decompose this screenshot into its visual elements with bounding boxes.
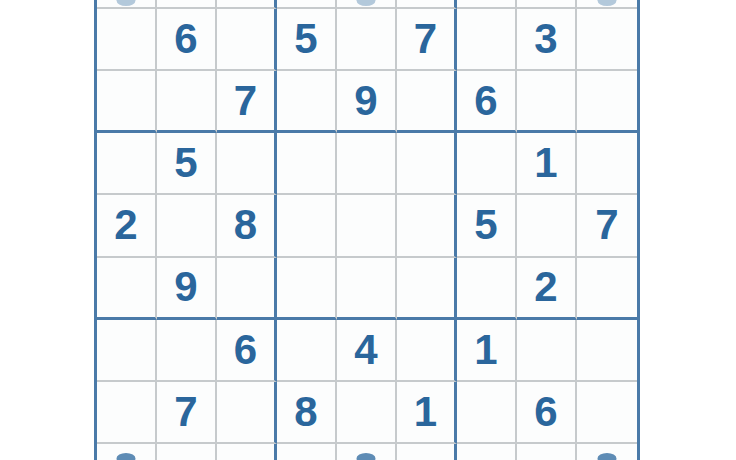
cell-r8c6[interactable]: 1 — [397, 382, 457, 444]
cell-r7c8[interactable] — [517, 320, 577, 382]
cell-r9c4[interactable] — [277, 444, 337, 460]
cell-r7c7[interactable]: 1 — [457, 320, 517, 382]
cell-r6c6[interactable] — [397, 258, 457, 320]
cell-r5c5[interactable] — [337, 195, 397, 257]
given-digit: 2 — [114, 204, 137, 246]
given-digit: 9 — [174, 266, 197, 308]
cell-r5c1[interactable]: 2 — [97, 195, 157, 257]
clipped-digit-fragment — [357, 0, 376, 6]
cell-r8c4[interactable]: 8 — [277, 382, 337, 444]
cell-r7c4[interactable] — [277, 320, 337, 382]
given-digit: 8 — [234, 204, 257, 246]
cell-r5c7[interactable]: 5 — [457, 195, 517, 257]
given-digit: 3 — [534, 18, 557, 60]
cell-r8c8[interactable]: 6 — [517, 382, 577, 444]
cell-r9c1[interactable] — [97, 444, 157, 460]
cell-r5c9[interactable]: 7 — [577, 195, 637, 257]
cell-r6c8[interactable]: 2 — [517, 258, 577, 320]
cell-r3c8[interactable] — [517, 71, 577, 133]
page: 6573796512857926417816 — [0, 0, 736, 460]
cell-r7c2[interactable] — [157, 320, 217, 382]
given-digit: 7 — [595, 204, 618, 246]
given-digit: 2 — [534, 266, 557, 308]
cell-r7c1[interactable] — [97, 320, 157, 382]
given-digit: 6 — [534, 391, 557, 433]
given-digit: 7 — [414, 18, 437, 60]
given-digit: 7 — [234, 80, 257, 122]
cell-r6c7[interactable] — [457, 258, 517, 320]
cell-r5c8[interactable] — [517, 195, 577, 257]
cell-r9c9[interactable] — [577, 444, 637, 460]
cell-r1c5[interactable] — [337, 0, 397, 9]
cell-r9c8[interactable] — [517, 444, 577, 460]
cell-r6c5[interactable] — [337, 258, 397, 320]
cell-r1c3[interactable] — [217, 0, 277, 9]
cell-r2c5[interactable] — [337, 9, 397, 71]
cell-r5c2[interactable] — [157, 195, 217, 257]
cell-r4c1[interactable] — [97, 133, 157, 195]
cell-r1c2[interactable] — [157, 0, 217, 9]
cell-r2c9[interactable] — [577, 9, 637, 71]
cell-r9c2[interactable] — [157, 444, 217, 460]
cell-r7c5[interactable]: 4 — [337, 320, 397, 382]
clipped-digit-fragment — [117, 0, 136, 6]
cell-r2c4[interactable]: 5 — [277, 9, 337, 71]
cell-r5c3[interactable]: 8 — [217, 195, 277, 257]
cell-r8c1[interactable] — [97, 382, 157, 444]
cell-r3c7[interactable]: 6 — [457, 71, 517, 133]
cell-r3c5[interactable]: 9 — [337, 71, 397, 133]
clipped-digit-fragment — [598, 0, 617, 6]
cell-r4c8[interactable]: 1 — [517, 133, 577, 195]
clipped-digit-fragment — [598, 453, 617, 460]
cell-r2c8[interactable]: 3 — [517, 9, 577, 71]
given-digit: 6 — [234, 329, 257, 371]
cell-r4c2[interactable]: 5 — [157, 133, 217, 195]
cell-r7c6[interactable] — [397, 320, 457, 382]
cell-r7c9[interactable] — [577, 320, 637, 382]
cell-r4c6[interactable] — [397, 133, 457, 195]
given-digit: 1 — [534, 142, 557, 184]
cell-r1c7[interactable] — [457, 0, 517, 9]
given-digit: 9 — [354, 80, 377, 122]
clipped-digit-fragment — [357, 453, 376, 460]
cell-r6c4[interactable] — [277, 258, 337, 320]
cell-r4c9[interactable] — [577, 133, 637, 195]
given-digit: 5 — [294, 18, 317, 60]
cell-r3c2[interactable] — [157, 71, 217, 133]
cell-r6c1[interactable] — [97, 258, 157, 320]
cell-r2c3[interactable] — [217, 9, 277, 71]
cell-r1c4[interactable] — [277, 0, 337, 9]
cell-r1c9[interactable] — [577, 0, 637, 9]
cell-r4c7[interactable] — [457, 133, 517, 195]
cell-r9c3[interactable] — [217, 444, 277, 460]
cell-r4c3[interactable] — [217, 133, 277, 195]
clipped-digit-fragment — [117, 453, 136, 460]
given-digit: 5 — [474, 204, 497, 246]
sudoku-board: 6573796512857926417816 — [94, 0, 640, 460]
cell-r1c1[interactable] — [97, 0, 157, 9]
cell-r5c6[interactable] — [397, 195, 457, 257]
cell-r8c9[interactable] — [577, 382, 637, 444]
cell-r2c6[interactable]: 7 — [397, 9, 457, 71]
cell-r3c4[interactable] — [277, 71, 337, 133]
given-digit: 1 — [414, 391, 437, 433]
cell-r8c5[interactable] — [337, 382, 397, 444]
cell-r8c7[interactable] — [457, 382, 517, 444]
cell-r7c3[interactable]: 6 — [217, 320, 277, 382]
cell-r5c4[interactable] — [277, 195, 337, 257]
cell-r1c6[interactable] — [397, 0, 457, 9]
cell-r6c2[interactable]: 9 — [157, 258, 217, 320]
cell-r9c7[interactable] — [457, 444, 517, 460]
cell-r8c2[interactable]: 7 — [157, 382, 217, 444]
cell-r3c1[interactable] — [97, 71, 157, 133]
cell-r3c3[interactable]: 7 — [217, 71, 277, 133]
given-digit: 6 — [474, 80, 497, 122]
given-digit: 1 — [474, 329, 497, 371]
given-digit: 8 — [294, 391, 317, 433]
cell-r9c5[interactable] — [337, 444, 397, 460]
cell-r3c6[interactable] — [397, 71, 457, 133]
cell-r1c8[interactable] — [517, 0, 577, 9]
cell-r8c3[interactable] — [217, 382, 277, 444]
given-digit: 5 — [174, 142, 197, 184]
cell-r6c3[interactable] — [217, 258, 277, 320]
cell-r6c9[interactable] — [577, 258, 637, 320]
given-digit: 6 — [174, 18, 197, 60]
cell-r2c1[interactable] — [97, 9, 157, 71]
cell-r9c6[interactable] — [397, 444, 457, 460]
cell-r4c4[interactable] — [277, 133, 337, 195]
cell-r4c5[interactable] — [337, 133, 397, 195]
given-digit: 4 — [354, 329, 377, 371]
cell-r2c7[interactable] — [457, 9, 517, 71]
cell-r3c9[interactable] — [577, 71, 637, 133]
cell-r2c2[interactable]: 6 — [157, 9, 217, 71]
given-digit: 7 — [174, 391, 197, 433]
